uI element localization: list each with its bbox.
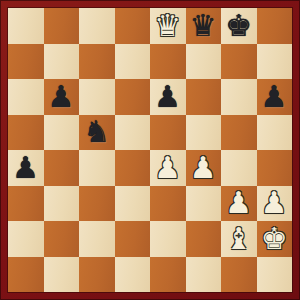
piece-white-queen-e8[interactable]: ♛ [150, 8, 186, 44]
square-f1[interactable] [186, 257, 222, 293]
square-h5[interactable] [257, 115, 293, 151]
square-b5[interactable] [44, 115, 80, 151]
square-c8[interactable] [79, 8, 115, 44]
square-g4[interactable] [221, 150, 257, 186]
square-h4[interactable] [257, 150, 293, 186]
square-g5[interactable] [221, 115, 257, 151]
square-f3[interactable] [186, 186, 222, 222]
square-h2[interactable]: ♚ [257, 221, 293, 257]
square-d2[interactable] [115, 221, 151, 257]
piece-black-queen-f8[interactable]: ♛ [186, 8, 222, 44]
square-e3[interactable] [150, 186, 186, 222]
piece-white-pawn-f4[interactable]: ♟ [186, 150, 222, 186]
square-g2[interactable]: ♝ [221, 221, 257, 257]
square-f2[interactable] [186, 221, 222, 257]
square-c5[interactable]: ♞ [79, 115, 115, 151]
piece-white-pawn-h3[interactable]: ♟ [257, 186, 293, 222]
piece-black-pawn-h6[interactable]: ♟ [257, 79, 293, 115]
square-f4[interactable]: ♟ [186, 150, 222, 186]
square-d4[interactable] [115, 150, 151, 186]
square-h6[interactable]: ♟ [257, 79, 293, 115]
piece-white-pawn-g3[interactable]: ♟ [221, 186, 257, 222]
square-g7[interactable] [221, 44, 257, 80]
piece-black-pawn-e6[interactable]: ♟ [150, 79, 186, 115]
square-a7[interactable] [8, 44, 44, 80]
square-g6[interactable] [221, 79, 257, 115]
square-b2[interactable] [44, 221, 80, 257]
square-a5[interactable] [8, 115, 44, 151]
square-c7[interactable] [79, 44, 115, 80]
square-a2[interactable] [8, 221, 44, 257]
square-d3[interactable] [115, 186, 151, 222]
square-f6[interactable] [186, 79, 222, 115]
piece-white-king-h2[interactable]: ♚ [257, 221, 293, 257]
square-e6[interactable]: ♟ [150, 79, 186, 115]
square-a1[interactable] [8, 257, 44, 293]
square-f5[interactable] [186, 115, 222, 151]
square-f7[interactable] [186, 44, 222, 80]
square-d1[interactable] [115, 257, 151, 293]
square-c3[interactable] [79, 186, 115, 222]
square-g1[interactable] [221, 257, 257, 293]
piece-black-king-g8[interactable]: ♚ [221, 8, 257, 44]
square-e7[interactable] [150, 44, 186, 80]
square-c2[interactable] [79, 221, 115, 257]
square-e1[interactable] [150, 257, 186, 293]
piece-black-pawn-a4[interactable]: ♟ [8, 150, 44, 186]
square-d6[interactable] [115, 79, 151, 115]
square-c6[interactable] [79, 79, 115, 115]
square-g3[interactable]: ♟ [221, 186, 257, 222]
piece-black-pawn-b6[interactable]: ♟ [44, 79, 80, 115]
square-b4[interactable] [44, 150, 80, 186]
square-b6[interactable]: ♟ [44, 79, 80, 115]
square-f8[interactable]: ♛ [186, 8, 222, 44]
square-a4[interactable]: ♟ [8, 150, 44, 186]
square-c1[interactable] [79, 257, 115, 293]
square-d5[interactable] [115, 115, 151, 151]
square-a8[interactable] [8, 8, 44, 44]
piece-white-pawn-e4[interactable]: ♟ [150, 150, 186, 186]
square-e8[interactable]: ♛ [150, 8, 186, 44]
square-a6[interactable] [8, 79, 44, 115]
square-c4[interactable] [79, 150, 115, 186]
square-b3[interactable] [44, 186, 80, 222]
piece-black-knight-c5[interactable]: ♞ [79, 115, 115, 151]
square-b8[interactable] [44, 8, 80, 44]
square-b7[interactable] [44, 44, 80, 80]
square-e2[interactable] [150, 221, 186, 257]
square-e4[interactable]: ♟ [150, 150, 186, 186]
chess-board: ♛♛♚♟♟♟♞♟♟♟♟♟♝♚ [8, 8, 292, 292]
square-b1[interactable] [44, 257, 80, 293]
square-d8[interactable] [115, 8, 151, 44]
square-e5[interactable] [150, 115, 186, 151]
square-h7[interactable] [257, 44, 293, 80]
square-h1[interactable] [257, 257, 293, 293]
square-g8[interactable]: ♚ [221, 8, 257, 44]
square-d7[interactable] [115, 44, 151, 80]
piece-white-bishop-g2[interactable]: ♝ [221, 221, 257, 257]
square-h8[interactable] [257, 8, 293, 44]
square-a3[interactable] [8, 186, 44, 222]
square-h3[interactable]: ♟ [257, 186, 293, 222]
board-frame: ♛♛♚♟♟♟♞♟♟♟♟♟♝♚ [0, 0, 300, 300]
